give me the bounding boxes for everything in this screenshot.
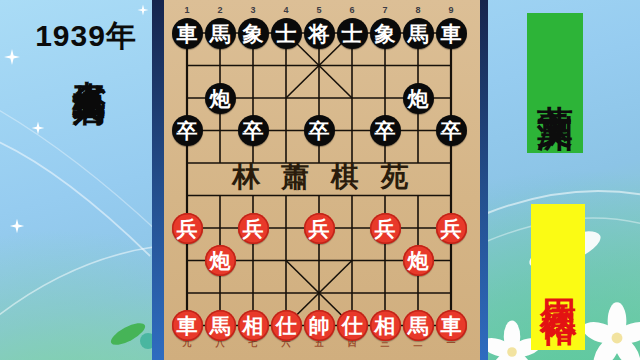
piece-black-卒-r4c5[interactable]: 卒 xyxy=(304,115,335,146)
cell-r7c9: 兵 xyxy=(435,212,468,245)
piece-black-象-r1c7[interactable]: 象 xyxy=(370,18,401,49)
piece-black-士-r1c4[interactable]: 士 xyxy=(271,18,302,49)
piece-black-車-r1c9[interactable]: 車 xyxy=(436,18,467,49)
piece-black-馬-r1c2[interactable]: 馬 xyxy=(205,18,236,49)
piece-red-炮-r8c2[interactable]: 炮 xyxy=(205,245,236,276)
piece-red-兵-r7c5[interactable]: 兵 xyxy=(304,213,335,244)
cell-r8c8: 炮 xyxy=(402,244,435,277)
cell-r7c1: 兵 xyxy=(171,212,204,245)
red-player-plate: 周德裕 xyxy=(531,204,585,350)
caption-title-vertical: 七省棋王经典名局 xyxy=(71,54,106,346)
cell-r7c3: 兵 xyxy=(237,212,270,245)
cell-r4c1: 卒 xyxy=(171,114,204,147)
piece-black-炮-r3c2[interactable]: 炮 xyxy=(205,83,236,114)
cell-r10c4: 仕 xyxy=(270,309,303,342)
black-player-plate: 董文渊 xyxy=(527,13,583,153)
cell-r7c7: 兵 xyxy=(369,212,402,245)
piece-black-炮-r3c8[interactable]: 炮 xyxy=(403,83,434,114)
file-number-top-5: 5 xyxy=(312,5,326,15)
piece-black-象-r1c3[interactable]: 象 xyxy=(238,18,269,49)
cell-r1c3: 象 xyxy=(237,17,270,50)
piece-red-仕-r10c6[interactable]: 仕 xyxy=(337,310,368,341)
cell-r1c8: 馬 xyxy=(402,17,435,50)
cell-r10c2: 馬 xyxy=(204,309,237,342)
piece-black-卒-r4c1[interactable]: 卒 xyxy=(172,115,203,146)
cell-r10c8: 馬 xyxy=(402,309,435,342)
cell-r1c5: 将 xyxy=(303,17,336,50)
piece-black-卒-r4c7[interactable]: 卒 xyxy=(370,115,401,146)
piece-red-車-r10c9[interactable]: 車 xyxy=(436,310,467,341)
pieces-grid: 車馬象士将士象馬車炮炮卒卒卒卒卒兵兵兵兵兵炮炮車馬相仕帥仕相馬車 xyxy=(171,17,468,342)
cell-r10c6: 仕 xyxy=(336,309,369,342)
caption-year: 1939年 xyxy=(10,16,162,57)
piece-red-兵-r7c1[interactable]: 兵 xyxy=(172,213,203,244)
cell-r1c7: 象 xyxy=(369,17,402,50)
piece-red-車-r10c1[interactable]: 車 xyxy=(172,310,203,341)
cell-r1c9: 車 xyxy=(435,17,468,50)
board-frame: 123456789 九八七六五四三二一 林蕭棋苑 車馬象士将士象馬車炮炮卒卒卒卒… xyxy=(152,0,488,360)
cell-r1c1: 車 xyxy=(171,17,204,50)
piece-black-車-r1c1[interactable]: 車 xyxy=(172,18,203,49)
video-frame: 1939年 七省棋王经典名局 董文渊 周德裕 123456789 九八七六五四三… xyxy=(0,0,640,360)
piece-red-相-r10c7[interactable]: 相 xyxy=(370,310,401,341)
file-number-top-1: 1 xyxy=(180,5,194,15)
cell-r10c3: 相 xyxy=(237,309,270,342)
cell-r1c6: 士 xyxy=(336,17,369,50)
piece-red-兵-r7c9[interactable]: 兵 xyxy=(436,213,467,244)
file-number-top-7: 7 xyxy=(378,5,392,15)
cell-r7c5: 兵 xyxy=(303,212,336,245)
cell-r4c5: 卒 xyxy=(303,114,336,147)
cell-r10c5: 帥 xyxy=(303,309,336,342)
piece-red-兵-r7c3[interactable]: 兵 xyxy=(238,213,269,244)
piece-red-仕-r10c4[interactable]: 仕 xyxy=(271,310,302,341)
cell-r10c1: 車 xyxy=(171,309,204,342)
file-number-top-9: 9 xyxy=(444,5,458,15)
piece-black-卒-r4c3[interactable]: 卒 xyxy=(238,115,269,146)
cell-r10c7: 相 xyxy=(369,309,402,342)
file-number-top-4: 4 xyxy=(279,5,293,15)
piece-red-相-r10c3[interactable]: 相 xyxy=(238,310,269,341)
piece-red-馬-r10c2[interactable]: 馬 xyxy=(205,310,236,341)
piece-black-士-r1c6[interactable]: 士 xyxy=(337,18,368,49)
cell-r8c2: 炮 xyxy=(204,244,237,277)
cell-r10c9: 車 xyxy=(435,309,468,342)
cell-r4c3: 卒 xyxy=(237,114,270,147)
piece-red-兵-r7c7[interactable]: 兵 xyxy=(370,213,401,244)
file-number-top-3: 3 xyxy=(246,5,260,15)
cell-r1c2: 馬 xyxy=(204,17,237,50)
file-number-top-6: 6 xyxy=(345,5,359,15)
piece-black-馬-r1c8[interactable]: 馬 xyxy=(403,18,434,49)
piece-red-炮-r8c8[interactable]: 炮 xyxy=(403,245,434,276)
file-number-top-2: 2 xyxy=(213,5,227,15)
black-player-name: 董文渊 xyxy=(537,76,573,91)
cell-r1c4: 士 xyxy=(270,17,303,50)
file-number-top-8: 8 xyxy=(411,5,425,15)
cell-r3c8: 炮 xyxy=(402,82,435,115)
xiangqi-board[interactable]: 123456789 九八七六五四三二一 林蕭棋苑 車馬象士将士象馬車炮炮卒卒卒卒… xyxy=(164,0,480,360)
cell-r4c7: 卒 xyxy=(369,114,402,147)
piece-red-馬-r10c8[interactable]: 馬 xyxy=(403,310,434,341)
piece-black-将-r1c5[interactable]: 将 xyxy=(304,18,335,49)
red-player-name: 周德裕 xyxy=(540,270,576,285)
cell-r4c9: 卒 xyxy=(435,114,468,147)
piece-red-帥-r10c5[interactable]: 帥 xyxy=(304,310,335,341)
piece-black-卒-r4c9[interactable]: 卒 xyxy=(436,115,467,146)
cell-r3c2: 炮 xyxy=(204,82,237,115)
